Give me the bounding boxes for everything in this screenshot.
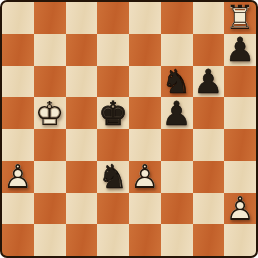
black-pawn[interactable]: ♟	[224, 34, 256, 66]
square-c8[interactable]	[66, 2, 98, 34]
square-a4[interactable]	[2, 129, 34, 161]
square-a3[interactable]: ♟♙	[2, 161, 34, 193]
square-e6[interactable]	[129, 66, 161, 98]
square-g6[interactable]: ♟	[193, 66, 225, 98]
white-king[interactable]: ♚♔	[34, 97, 66, 129]
square-g1[interactable]	[193, 224, 225, 256]
square-d8[interactable]	[97, 2, 129, 34]
square-d3[interactable]: ♞	[97, 161, 129, 193]
square-f7[interactable]	[161, 34, 193, 66]
white-rook-outline: ♖	[224, 2, 256, 34]
black-knight-glyph: ♞	[161, 66, 193, 98]
square-b6[interactable]	[34, 66, 66, 98]
square-b5[interactable]: ♚♔	[34, 97, 66, 129]
square-a5[interactable]	[2, 97, 34, 129]
square-d2[interactable]	[97, 193, 129, 225]
white-pawn[interactable]: ♟♙	[224, 193, 256, 225]
black-pawn-glyph: ♟	[161, 97, 193, 129]
white-pawn-outline: ♙	[129, 161, 161, 193]
white-pawn-outline: ♙	[224, 193, 256, 225]
black-knight[interactable]: ♞	[97, 161, 129, 193]
square-g4[interactable]	[193, 129, 225, 161]
square-d6[interactable]	[97, 66, 129, 98]
black-pawn-glyph: ♟	[224, 34, 256, 66]
square-d7[interactable]	[97, 34, 129, 66]
square-h2[interactable]: ♟♙	[224, 193, 256, 225]
square-b3[interactable]	[34, 161, 66, 193]
square-b1[interactable]	[34, 224, 66, 256]
square-g7[interactable]	[193, 34, 225, 66]
square-c2[interactable]	[66, 193, 98, 225]
square-e3[interactable]: ♟♙	[129, 161, 161, 193]
square-f4[interactable]	[161, 129, 193, 161]
square-a1[interactable]	[2, 224, 34, 256]
square-a8[interactable]	[2, 2, 34, 34]
square-d5[interactable]: ♚	[97, 97, 129, 129]
square-b7[interactable]	[34, 34, 66, 66]
white-pawn[interactable]: ♟♙	[2, 161, 34, 193]
square-f1[interactable]	[161, 224, 193, 256]
chess-board: ♜♖♟♞♟♚♔♚♟♟♙♞♟♙♟♙	[0, 0, 258, 258]
square-e7[interactable]	[129, 34, 161, 66]
white-pawn-outline: ♙	[2, 161, 34, 193]
square-c7[interactable]	[66, 34, 98, 66]
square-h1[interactable]	[224, 224, 256, 256]
square-a7[interactable]	[2, 34, 34, 66]
square-b2[interactable]	[34, 193, 66, 225]
square-g3[interactable]	[193, 161, 225, 193]
square-e1[interactable]	[129, 224, 161, 256]
square-f6[interactable]: ♞	[161, 66, 193, 98]
black-knight[interactable]: ♞	[161, 66, 193, 98]
black-pawn-glyph: ♟	[193, 66, 225, 98]
square-f5[interactable]: ♟	[161, 97, 193, 129]
square-h8[interactable]: ♜♖	[224, 2, 256, 34]
square-c6[interactable]	[66, 66, 98, 98]
square-g5[interactable]	[193, 97, 225, 129]
square-e8[interactable]	[129, 2, 161, 34]
square-h5[interactable]	[224, 97, 256, 129]
black-pawn[interactable]: ♟	[193, 66, 225, 98]
square-a2[interactable]	[2, 193, 34, 225]
square-d1[interactable]	[97, 224, 129, 256]
square-h6[interactable]	[224, 66, 256, 98]
black-king-glyph: ♚	[97, 97, 129, 129]
square-c5[interactable]	[66, 97, 98, 129]
square-e5[interactable]	[129, 97, 161, 129]
square-d4[interactable]	[97, 129, 129, 161]
black-knight-glyph: ♞	[97, 161, 129, 193]
white-king-outline: ♔	[34, 97, 66, 129]
square-a6[interactable]	[2, 66, 34, 98]
square-f3[interactable]	[161, 161, 193, 193]
white-pawn[interactable]: ♟♙	[129, 161, 161, 193]
square-f2[interactable]	[161, 193, 193, 225]
square-f8[interactable]	[161, 2, 193, 34]
square-e4[interactable]	[129, 129, 161, 161]
square-c3[interactable]	[66, 161, 98, 193]
square-g2[interactable]	[193, 193, 225, 225]
square-h7[interactable]: ♟	[224, 34, 256, 66]
square-c1[interactable]	[66, 224, 98, 256]
square-e2[interactable]	[129, 193, 161, 225]
board-grid: ♜♖♟♞♟♚♔♚♟♟♙♞♟♙♟♙	[2, 2, 256, 256]
black-pawn[interactable]: ♟	[161, 97, 193, 129]
square-g8[interactable]	[193, 2, 225, 34]
square-c4[interactable]	[66, 129, 98, 161]
black-king[interactable]: ♚	[97, 97, 129, 129]
square-b8[interactable]	[34, 2, 66, 34]
square-h4[interactable]	[224, 129, 256, 161]
square-h3[interactable]	[224, 161, 256, 193]
square-b4[interactable]	[34, 129, 66, 161]
white-rook[interactable]: ♜♖	[224, 2, 256, 34]
